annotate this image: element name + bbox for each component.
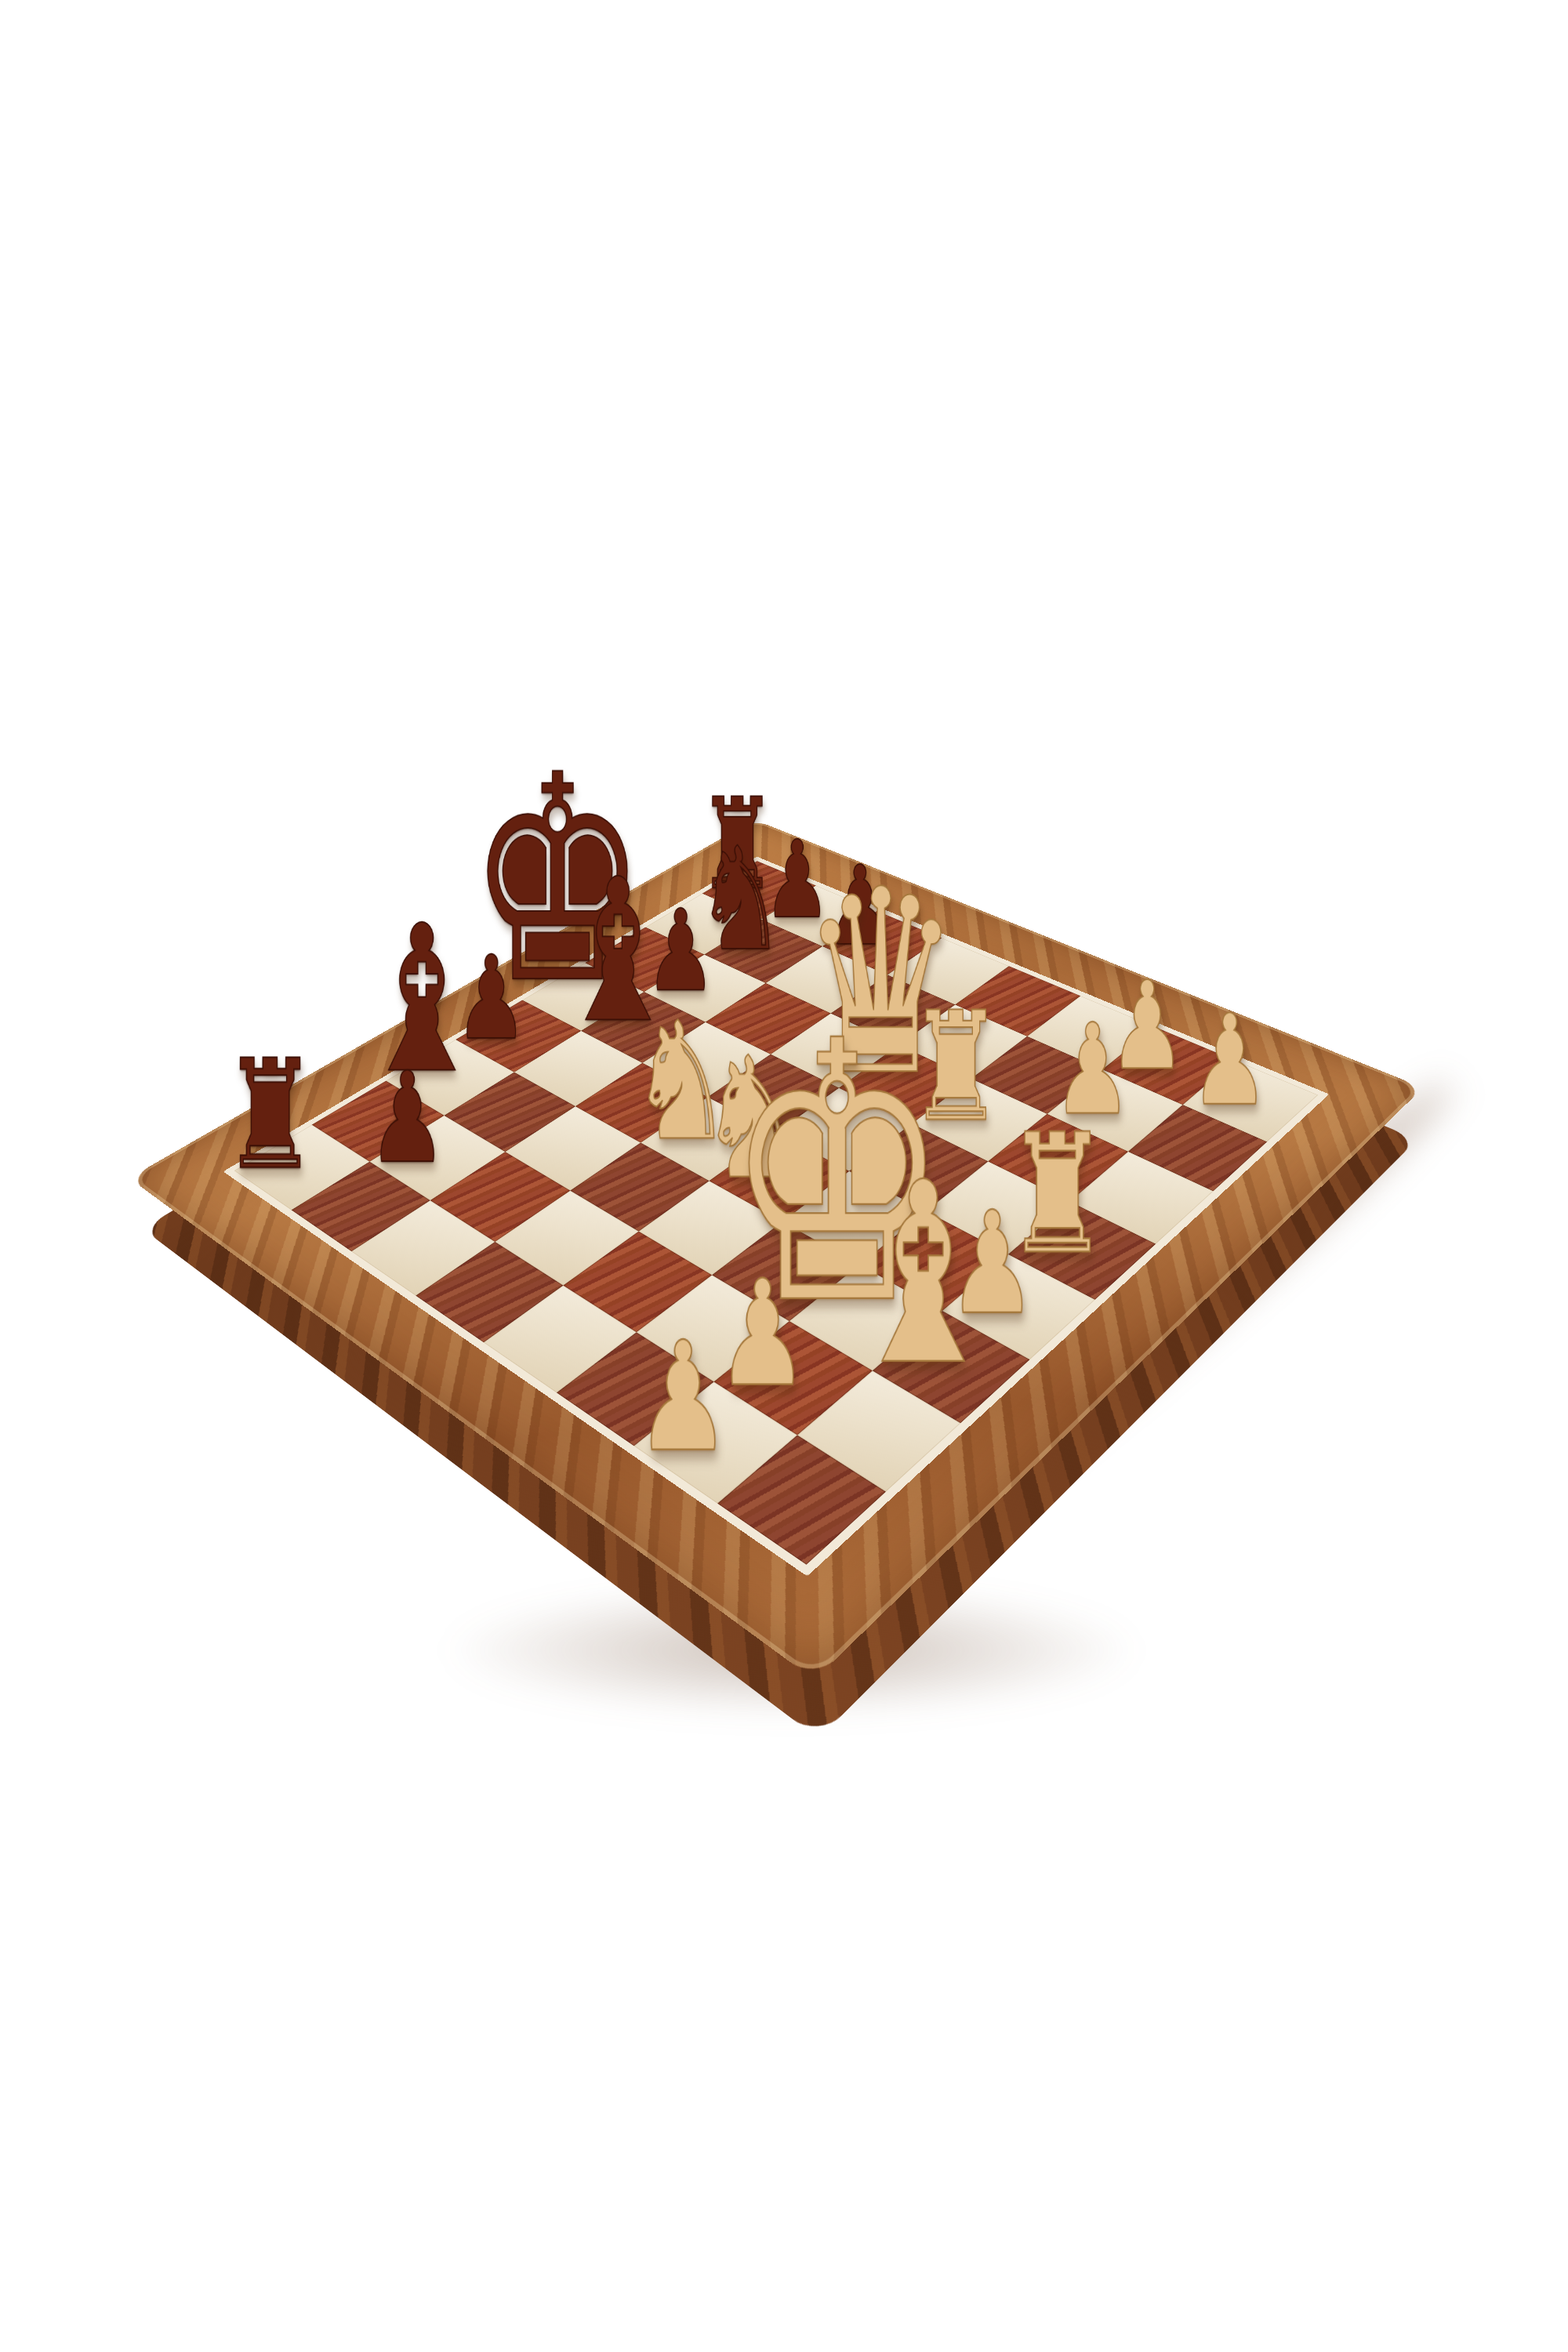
piece-black-pawn-b2: ♟: [370, 1116, 506, 1200]
white-pawn-icon: ♟: [636, 1328, 731, 1468]
black-rook-icon: ♜: [223, 1047, 318, 1185]
black-pawn-icon: ♟: [368, 1060, 446, 1175]
white-bishop-icon: ♝: [844, 1160, 1001, 1390]
board-playing-area: ♜♟♟♞♟♚♝♟♝♟♜♛♜♟♟♟♞♞♜♟♚♝♟♟: [223, 857, 1330, 1577]
white-pawn-icon: ♟: [1190, 1003, 1269, 1118]
pieces-layer: ♜♟♟♞♟♚♝♟♝♟♜♛♜♟♟♟♞♞♜♟♚♝♟♟: [234, 861, 1319, 1565]
photo-canvas: ♜♟♟♞♟♚♝♟♝♟♜♛♜♟♟♟♞♞♜♟♚♝♟♟: [0, 0, 1568, 2352]
piece-white-pawn-h8: ♟: [1182, 1060, 1318, 1142]
board-frame: ♜♟♟♞♟♚♝♟♝♟♜♛♜♟♟♟♞♞♜♟♚♝♟♟: [129, 819, 1424, 1679]
